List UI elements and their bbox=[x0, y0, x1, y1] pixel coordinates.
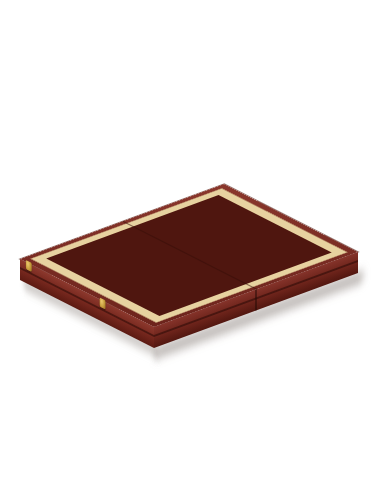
board-fold-seam-front bbox=[255, 289, 256, 311]
chess-set-photo bbox=[0, 0, 375, 500]
